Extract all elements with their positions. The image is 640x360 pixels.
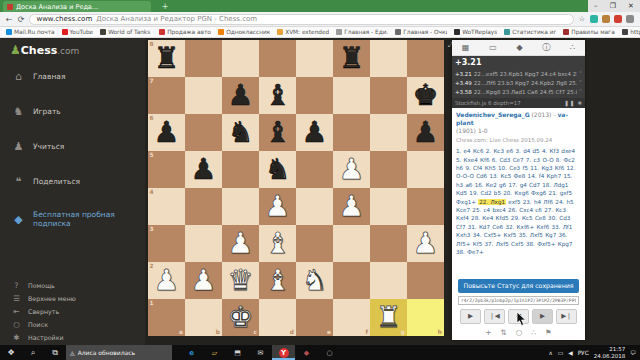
engine-line[interactable]: +3.5822...Крg8 23.Лad1 Сa6 24.f5 Сf7 25.… [455, 87, 582, 96]
chess-board[interactable]: 8♜♜7♟♝♚6♟♞♝♟♟5♟♞♟4♟♟3♟♝♟2♟♟♛♝♞1abc♚defg♜… [148, 40, 444, 336]
square-e1[interactable]: e [296, 299, 333, 336]
autoplay-button[interactable]: ▶ [460, 309, 481, 324]
event-line: Chess.com: Live Chess 2015.09.24 [456, 137, 581, 143]
engine-line[interactable]: +3.4922...Лf6 23.b3 Крg7 24.Крb2 Лg8 25.… [455, 78, 582, 87]
bookmark-label: YouTube [70, 29, 94, 35]
diamond-icon: ◆ [12, 213, 25, 226]
piece-white-king[interactable]: ♚ [222, 299, 259, 336]
alice-icon: ◬ [70, 349, 75, 356]
sidebar-item-learn[interactable]: ♟Учиться [12, 140, 64, 153]
square-d8[interactable] [259, 40, 296, 77]
collapse-icon[interactable]: ˅ [579, 70, 582, 77]
yandex-browser-icon[interactable]: Y [272, 345, 295, 360]
square-b4[interactable] [185, 188, 222, 225]
piece-white-bishop[interactable]: ♝ [259, 225, 296, 262]
square-a8[interactable]: 8♜ [148, 40, 185, 77]
chat-icon: ❝ [12, 175, 25, 188]
bookmark-item[interactable]: Продажа автом... [159, 29, 211, 35]
bookmark-favicon [277, 29, 283, 35]
piece-black-pawn[interactable]: ♟ [296, 114, 333, 151]
sidebar-item-search-label: Поиск [28, 321, 48, 328]
ext-teal-icon[interactable] [590, 15, 598, 23]
square-g5[interactable] [370, 151, 407, 188]
line-eval: +3.21 [455, 71, 472, 77]
taskbar-search-icon[interactable]: ⌕ [22, 348, 44, 358]
square-h3[interactable]: ♟ [407, 225, 444, 262]
square-h4[interactable] [407, 188, 444, 225]
piece-white-pawn[interactable]: ♟ [222, 225, 259, 262]
file-label: d [290, 329, 294, 335]
square-e3[interactable] [296, 225, 333, 262]
square-b8[interactable] [185, 40, 222, 77]
square-h5[interactable] [407, 151, 444, 188]
alice-text: Алиса обновилась [78, 349, 135, 356]
square-e4[interactable] [296, 188, 333, 225]
bookmark-star-icon[interactable]: ☆ [579, 15, 585, 23]
square-e6[interactable]: ♟ [296, 114, 333, 151]
bookmark-label: Одноклассники [226, 29, 270, 35]
piece-white-pawn[interactable]: ♟ [333, 151, 370, 188]
rank-label: 3 [150, 226, 154, 232]
rank-label: 1 [150, 300, 154, 306]
bookmark-item[interactable]: Главная - Еди... [336, 29, 388, 35]
bookmark-item[interactable]: Правилы магаз... [563, 29, 615, 35]
address-bar[interactable]: www.chess.com Доска Анализа и Редактор P… [29, 14, 573, 25]
ext-adblock-icon[interactable] [614, 15, 622, 23]
mail-icon[interactable]: ✉ [249, 345, 272, 360]
square-g8[interactable] [370, 40, 407, 77]
square-d6[interactable]: ♝ [259, 114, 296, 151]
engine-status-row: Stockfish.js 6 depth=17 ❚❚ ✱ [452, 98, 585, 108]
bookmark-favicon [100, 29, 106, 35]
bookmark-item[interactable]: World of Tanks — [100, 29, 152, 35]
logo-dotcom: .com [57, 46, 79, 56]
evaluation-score: +3.21 [455, 58, 582, 67]
sidebar-item-trial[interactable]: ◆Бесплатная пробная подписка [12, 210, 130, 229]
square-b7[interactable] [185, 77, 222, 114]
file-label: e [327, 329, 331, 335]
clock-date: 24.06.2018 [594, 353, 626, 360]
sidebar-item-share[interactable]: ❝Поделиться [12, 175, 80, 188]
piece-black-pawn[interactable]: ♟ [222, 77, 259, 114]
tab-title: Доска Анализа и Реда... [16, 3, 98, 11]
square-d5[interactable]: ♞ [259, 151, 296, 188]
moves-after[interactable]: exf5 23. h4 Лf6 24. h5 Кce7 25. c4 bxc4 … [456, 199, 574, 255]
square-g7[interactable] [370, 77, 407, 114]
sidebar-item-share-label: Поделиться [33, 177, 80, 186]
piece-black-pawn[interactable]: ♟ [407, 114, 444, 151]
line-eval: +3.49 [455, 80, 472, 86]
move-list[interactable]: 1. e4 Кc6 2. Кc3 e6 3. d4 d5 4. Кf3 dxe4… [456, 147, 581, 256]
bookmark-item[interactable]: Одноклассники [218, 29, 270, 35]
close-button[interactable]: ✕ [628, 2, 634, 10]
piece-white-rook[interactable]: ♜ [370, 299, 407, 336]
white-player-link[interactable]: Vedenichev_Serega_G [456, 111, 530, 118]
piece-white-bishop[interactable]: ♝ [259, 262, 296, 299]
gear-icon: ✱ [12, 333, 21, 342]
ext-gray-icon[interactable] [626, 15, 634, 23]
bookmark-favicon [454, 29, 460, 35]
last-move-button[interactable]: ▶❘ [556, 309, 577, 324]
bookmark-label: Продажа автом... [167, 29, 211, 35]
moves-before[interactable]: 1. e4 Кc6 2. Кc3 e6 3. d4 d5 4. Кf3 dxe4… [456, 148, 575, 204]
back-icon[interactable]: ← [6, 15, 13, 24]
square-e5[interactable] [296, 151, 333, 188]
next-move-button[interactable]: ▶ [532, 309, 553, 324]
browser-tab[interactable]: Доска Анализа и Реда... [3, 1, 151, 12]
square-h1[interactable]: h [407, 299, 444, 336]
square-e8[interactable] [296, 40, 333, 77]
square-e2[interactable]: ♞ [296, 262, 333, 299]
square-d2[interactable]: ♝ [259, 262, 296, 299]
square-c8[interactable] [222, 40, 259, 77]
tab-favicon [7, 4, 13, 10]
bookmark-label: Главная - Очки... [403, 29, 447, 35]
game-info: Vedenichev_Serega_G (2013) - va-plant (1… [452, 108, 585, 275]
square-c1[interactable]: c♚ [222, 299, 259, 336]
sidebar-item-collapse-label: Свернуть [28, 308, 59, 315]
new-tab-button[interactable]: + [158, 2, 172, 11]
pause-icon[interactable]: ❚❚ [564, 100, 575, 106]
bookmark-label: Правилы магаз... [571, 29, 615, 35]
square-d4[interactable]: ♟ [259, 188, 296, 225]
square-d1[interactable]: d [259, 299, 296, 336]
home-icon: ⌂ [12, 70, 25, 83]
square-f5[interactable]: ♟ [333, 151, 370, 188]
piece-white-pawn[interactable]: ♟ [259, 188, 296, 225]
taskbar-apps: e▱⬒✉Y◆○ [180, 345, 341, 360]
square-e7[interactable] [296, 77, 333, 114]
piece-black-pawn[interactable]: ♟ [148, 114, 185, 151]
clock-time: 21:57 [594, 346, 626, 353]
piece-black-knight[interactable]: ♞ [222, 114, 259, 151]
square-a1[interactable]: 1a [148, 299, 185, 336]
share-icon[interactable]: ∴ [570, 43, 575, 52]
square-d7[interactable]: ♝ [259, 77, 296, 114]
square-f2[interactable] [333, 262, 370, 299]
analysis-board-icon[interactable]: ▦ [462, 43, 470, 52]
announce-icon[interactable]: ◆ [516, 43, 522, 52]
bookmark-item[interactable]: XVM: extended s... [277, 29, 329, 35]
board-tools-row: +⇅○∴⚑ [452, 328, 585, 337]
sidebar-item-help-label: Помощь [28, 282, 55, 289]
bookmark-favicon [622, 29, 628, 35]
sidebar-item-home-label: Главная [33, 72, 65, 81]
sidebar-item-help[interactable]: ?Помощь [12, 281, 55, 290]
sidebar-item-topmenu-label: Верхнее меню [28, 295, 76, 302]
sidebar-item-collapse[interactable]: ⇤Свернуть [12, 307, 59, 316]
bookmark-item[interactable]: Статистика игр... [504, 29, 556, 35]
white-rating: (2013) [532, 111, 552, 118]
ext-notes-icon[interactable] [602, 15, 610, 23]
clock[interactable]: 21:57 24.06.2018 [594, 346, 626, 359]
maximize-button[interactable]: ❐ [610, 2, 616, 10]
reset-icon[interactable]: ○ [516, 328, 523, 337]
square-f3[interactable] [333, 225, 370, 262]
game-result: 1-0 [478, 127, 488, 134]
square-f1[interactable]: f [333, 299, 370, 336]
bookmark-label: Статистика игр... [512, 29, 556, 35]
square-h7[interactable]: ♚ [407, 77, 444, 114]
black-rating: (1901) [456, 127, 476, 134]
tray-caret-icon[interactable]: ∧ [548, 350, 552, 356]
line-eval: +3.58 [455, 89, 472, 95]
bookmark-item[interactable]: Главная - Очки... [395, 29, 447, 35]
file-label: a [179, 329, 183, 335]
rank-label: 5 [150, 152, 154, 158]
url-page-title: Доска Анализа и Редактор PGN - Chess.com [96, 15, 257, 23]
file-label: h [438, 329, 442, 335]
bookmark-item[interactable]: Mail.Ru почта [6, 29, 55, 35]
bookmark-label: WoTReplays [462, 29, 497, 35]
square-g4[interactable] [370, 188, 407, 225]
notification-center-icon[interactable]: 🗩 [630, 350, 636, 356]
piece-white-pawn[interactable]: ♟ [333, 188, 370, 225]
window-controls: – ❐ ✕ [588, 0, 640, 12]
sidebar-item-settings-label: Настройки [28, 334, 64, 341]
piece-white-queen[interactable]: ♛ [222, 262, 259, 299]
bookmark-favicon [504, 29, 510, 35]
network-icon[interactable]: ▭ [558, 350, 563, 356]
system-tray: ∧ ▭ ◀ РУС 21:57 24.06.2018 🗩 [548, 346, 640, 359]
add-icon[interactable]: + [485, 328, 491, 337]
reload-icon[interactable]: ⟳ [18, 15, 25, 24]
sidebar-item-search[interactable]: ○Поиск [12, 320, 48, 329]
computer-icon[interactable]: ▭ [489, 43, 497, 52]
bookmark-favicon [62, 29, 68, 35]
first-move-button[interactable]: ❘◀ [484, 309, 505, 324]
logo-text: Chess [21, 44, 57, 57]
minimize-button[interactable]: – [594, 2, 598, 10]
start-button[interactable]: ❖ [0, 348, 22, 357]
piece-black-rook[interactable]: ♜ [333, 40, 370, 77]
piece-black-bishop[interactable]: ♝ [259, 114, 296, 151]
bookmark-label: https://refmail.ru [630, 29, 640, 35]
piece-white-pawn[interactable]: ♟ [185, 262, 222, 299]
square-c7[interactable]: ♟ [222, 77, 259, 114]
bookmark-favicon [6, 29, 12, 35]
language-indicator[interactable]: РУС [578, 350, 589, 356]
square-c6[interactable]: ♞ [222, 114, 259, 151]
search-icon: ○ [12, 320, 21, 329]
square-h6[interactable]: ♟ [407, 114, 444, 151]
current-move[interactable]: 22. Лxg1 [478, 199, 506, 205]
square-b2[interactable]: ♟ [185, 262, 222, 299]
bookmark-favicon [563, 29, 569, 35]
square-g6[interactable] [370, 114, 407, 151]
ring-icon[interactable]: ○ [318, 345, 341, 360]
piece-black-bishop[interactable]: ♝ [259, 77, 296, 114]
sidebar-item-settings[interactable]: ✱Настройки [12, 333, 64, 342]
piece-white-pawn[interactable]: ♟ [407, 225, 444, 262]
help-icon: ? [12, 281, 21, 290]
task-view-icon[interactable]: ⧉ [44, 348, 66, 358]
analysis-panel: ▦▭◆ⓘ∴ +3.21 +3.2122...exf5 23.Крb1 Крg7 … [452, 40, 585, 340]
info-icon[interactable]: ⓘ [542, 42, 550, 53]
bookmark-label: World of Tanks — [108, 29, 152, 35]
file-label: f [365, 329, 368, 335]
square-c3[interactable]: ♟ [222, 225, 259, 262]
square-h2[interactable] [407, 262, 444, 299]
square-g2[interactable] [370, 262, 407, 299]
fen-input[interactable] [458, 296, 579, 305]
square-g1[interactable]: g♜ [370, 299, 407, 336]
volume-icon[interactable]: ◀ [568, 350, 572, 356]
bookmark-favicon [218, 29, 224, 35]
sidebar: ♟Chess.com ⌂Главная♞Играть♟Учиться❝Подел… [0, 38, 145, 345]
engine-gear-icon[interactable]: ✱ [577, 100, 582, 106]
square-f7[interactable] [333, 77, 370, 114]
square-f8[interactable]: ♜ [333, 40, 370, 77]
square-f4[interactable]: ♟ [333, 188, 370, 225]
flag-icon[interactable]: ⚑ [545, 328, 552, 337]
bookmark-item[interactable]: WoTReplays [454, 29, 497, 35]
line-moves: 22...Крg8 23.Лad1 Сa6 24.f5 Сf7 25.Сxh6 [474, 89, 577, 95]
bookmark-label: Главная - Еди... [344, 29, 388, 35]
file-label: b [216, 329, 220, 335]
sidebar-item-play[interactable]: ♞Играть [12, 105, 61, 118]
bookmark-item[interactable]: YouTube [62, 29, 94, 35]
collapse-icon[interactable]: ˅ [579, 79, 582, 86]
square-b1[interactable]: b [185, 299, 222, 336]
piece-black-knight[interactable]: ♞ [259, 151, 296, 188]
square-d3[interactable]: ♝ [259, 225, 296, 262]
square-b3[interactable] [185, 225, 222, 262]
browser-titlebar: Доска Анализа и Реда... + – ❐ ✕ [0, 0, 640, 12]
logo-pawn-icon: ♟ [10, 43, 21, 57]
bookmark-favicon [336, 29, 342, 35]
engine-line[interactable]: +3.2122...exf5 23.Крb1 Крg7 24.c4 bxc4 2… [455, 69, 582, 78]
square-b6[interactable] [185, 114, 222, 151]
collapse-icon: ⇤ [12, 307, 21, 316]
sidebar-item-learn-label: Учиться [33, 142, 64, 151]
menu-icon: ☰ [12, 294, 21, 303]
square-a3[interactable]: 3 [148, 225, 185, 262]
bookmark-label: Mail.Ru почта [14, 29, 55, 35]
sidebar-item-trial-label: Бесплатная пробная подписка [33, 210, 130, 229]
sidebar-item-play-label: Играть [33, 107, 61, 116]
piece-black-king[interactable]: ♚ [407, 77, 444, 114]
mouse-cursor [516, 312, 528, 327]
game-icon[interactable]: ◆ [295, 345, 318, 360]
square-c5[interactable] [222, 151, 259, 188]
collapse-icon[interactable]: ˅ [579, 88, 582, 95]
piece-white-pawn[interactable]: ♟ [148, 262, 185, 299]
edge-icon[interactable]: e [180, 345, 203, 360]
share-line-icon[interactable]: ∴ [531, 328, 536, 337]
square-b5[interactable]: ♟ [185, 151, 222, 188]
square-h8[interactable] [407, 40, 444, 77]
line-moves: 22...exf5 23.Крb1 Крg7 24.c4 bxc4 25.Сxc… [474, 71, 577, 77]
square-a2[interactable]: 2♟ [148, 262, 185, 299]
players-header: Vedenichev_Serega_G (2013) - va-plant (1… [456, 111, 581, 135]
sidebar-item-home[interactable]: ⌂Главная [12, 70, 65, 83]
square-f6[interactable] [333, 114, 370, 151]
bookmarks-bar: Mail.Ru почтаYouTubeWorld of Tanks —Прод… [0, 27, 640, 38]
piece-white-knight[interactable]: ♞ [296, 262, 333, 299]
bookmark-favicon [159, 29, 165, 35]
bookmark-label: XVM: extended s... [285, 29, 329, 35]
engine-output: +3.21 +3.2122...exf5 23.Крb1 Крg7 24.c4 … [452, 56, 585, 98]
square-g3[interactable] [370, 225, 407, 262]
piece-black-pawn[interactable]: ♟ [185, 151, 222, 188]
knight-icon: ♞ [12, 105, 25, 118]
extension-icons [590, 15, 634, 23]
explorer-icon[interactable]: ▱ [203, 345, 226, 360]
piece-black-rook[interactable]: ♜ [148, 40, 185, 77]
alice-notification[interactable]: ◬ Алиса обновилась [66, 345, 172, 360]
page-background: ♟Chess.com ⌂Главная♞Играть♟Учиться❝Подел… [0, 38, 640, 345]
address-bar-row: ← ⟳ www.chess.com Доска Анализа и Редакт… [0, 12, 640, 27]
chesscom-logo[interactable]: ♟Chess.com [10, 43, 79, 57]
learn-icon: ♟ [12, 140, 25, 153]
upgrade-status-button[interactable]: Повысьте Статус для сохранения [458, 279, 579, 293]
rank-label: 7 [150, 78, 154, 84]
store-icon[interactable]: ⬒ [226, 345, 249, 360]
square-c4[interactable] [222, 188, 259, 225]
square-a6[interactable]: 6♟ [148, 114, 185, 151]
square-a4[interactable]: 4 [148, 188, 185, 225]
line-moves: 22...Лf6 23.b3 Крg7 24.Крb2 Лg8 25.Лb1 [474, 80, 577, 86]
rank-label: 4 [150, 189, 154, 195]
square-c2[interactable]: ♛ [222, 262, 259, 299]
panel-toolbar: ▦▭◆ⓘ∴ [452, 40, 585, 56]
square-a7[interactable]: 7 [148, 77, 185, 114]
sidebar-item-topmenu[interactable]: ☰Верхнее меню [12, 294, 76, 303]
square-a5[interactable]: 5 [148, 151, 185, 188]
engine-status: Stockfish.js 6 depth=17 [455, 100, 521, 106]
bookmark-item[interactable]: https://refmail.ru [622, 29, 640, 35]
flip-board-icon[interactable]: ⇅ [500, 328, 506, 337]
taskbar: ❖ ⌕ ⧉ ◬ Алиса обновилась e▱⬒✉Y◆○ ∧ ▭ ◀ Р… [0, 345, 640, 360]
bookmark-favicon [395, 29, 401, 35]
url-domain: www.chess.com [36, 15, 92, 23]
